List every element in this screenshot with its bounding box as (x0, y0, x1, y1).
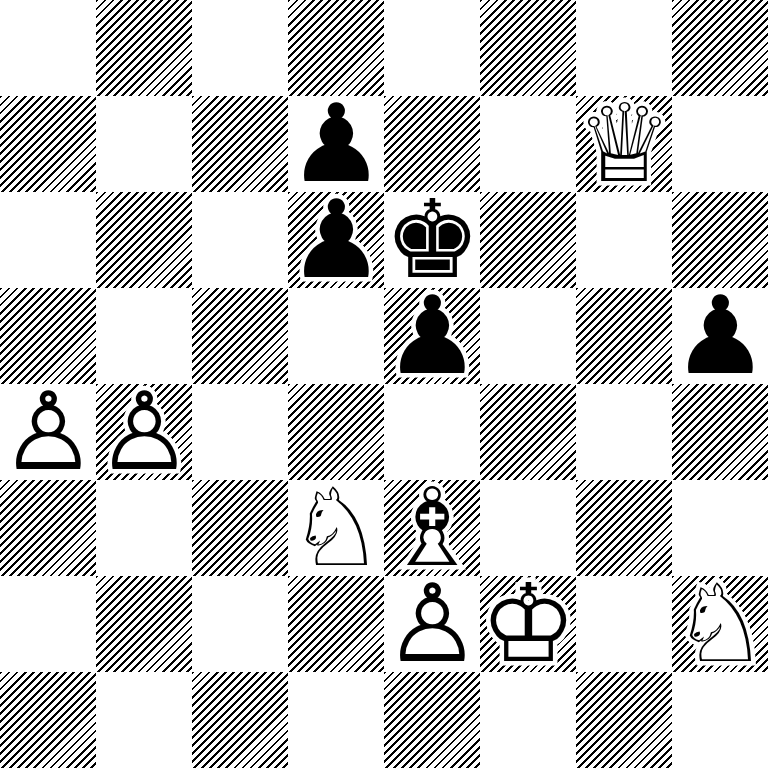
square-h2[interactable]: ♞♘ (672, 576, 768, 672)
square-h3[interactable] (672, 480, 768, 576)
piece-black-king[interactable]: ♚♚ (384, 192, 480, 288)
square-e1[interactable] (384, 672, 480, 768)
white-bishop-halo: ♝ (384, 480, 480, 576)
white-knight-halo: ♞ (672, 576, 768, 672)
square-g6[interactable] (576, 192, 672, 288)
white-pawn-icon: ♙ (96, 384, 192, 480)
square-e4[interactable] (384, 384, 480, 480)
white-pawn-icon: ♙ (384, 576, 480, 672)
square-a5[interactable] (0, 288, 96, 384)
piece-black-pawn[interactable]: ♟♟ (672, 288, 768, 384)
square-f2[interactable]: ♚♔ (480, 576, 576, 672)
square-g3[interactable] (576, 480, 672, 576)
square-f8[interactable] (480, 0, 576, 96)
square-d3[interactable]: ♞♘ (288, 480, 384, 576)
square-e8[interactable] (384, 0, 480, 96)
square-b8[interactable] (96, 0, 192, 96)
square-b1[interactable] (96, 672, 192, 768)
square-d5[interactable] (288, 288, 384, 384)
black-pawn-halo: ♟ (384, 288, 480, 384)
square-f7[interactable] (480, 96, 576, 192)
white-knight-halo: ♞ (288, 480, 384, 576)
square-g7[interactable]: ♛♕ (576, 96, 672, 192)
black-king-halo: ♚ (384, 192, 480, 288)
black-pawn-icon: ♟ (384, 288, 480, 384)
piece-white-pawn[interactable]: ♟♙ (0, 384, 96, 480)
square-b3[interactable] (96, 480, 192, 576)
piece-white-pawn[interactable]: ♟♙ (96, 384, 192, 480)
black-pawn-halo: ♟ (288, 192, 384, 288)
square-b2[interactable] (96, 576, 192, 672)
black-king-icon: ♚ (384, 192, 480, 288)
square-b4[interactable]: ♟♙ (96, 384, 192, 480)
piece-black-pawn[interactable]: ♟♟ (288, 192, 384, 288)
white-knight-icon: ♘ (288, 480, 384, 576)
square-a7[interactable] (0, 96, 96, 192)
black-pawn-halo: ♟ (672, 288, 768, 384)
square-h7[interactable] (672, 96, 768, 192)
square-c2[interactable] (192, 576, 288, 672)
square-g4[interactable] (576, 384, 672, 480)
white-pawn-halo: ♟ (96, 384, 192, 480)
square-c6[interactable] (192, 192, 288, 288)
square-f4[interactable] (480, 384, 576, 480)
square-c3[interactable] (192, 480, 288, 576)
chess-board: ♟♟♛♕♟♟♚♚♟♟♟♟♟♙♟♙♞♘♝♗♟♙♚♔♞♘ (0, 0, 768, 768)
square-g5[interactable] (576, 288, 672, 384)
white-king-halo: ♚ (480, 576, 576, 672)
piece-white-king[interactable]: ♚♔ (480, 576, 576, 672)
white-pawn-icon: ♙ (0, 384, 96, 480)
square-h4[interactable] (672, 384, 768, 480)
white-pawn-halo: ♟ (384, 576, 480, 672)
square-d2[interactable] (288, 576, 384, 672)
square-d7[interactable]: ♟♟ (288, 96, 384, 192)
square-b7[interactable] (96, 96, 192, 192)
square-b5[interactable] (96, 288, 192, 384)
square-c8[interactable] (192, 0, 288, 96)
piece-white-knight[interactable]: ♞♘ (672, 576, 768, 672)
square-f6[interactable] (480, 192, 576, 288)
square-g8[interactable] (576, 0, 672, 96)
black-pawn-icon: ♟ (288, 96, 384, 192)
black-pawn-icon: ♟ (288, 192, 384, 288)
square-a4[interactable]: ♟♙ (0, 384, 96, 480)
square-c4[interactable] (192, 384, 288, 480)
square-b6[interactable] (96, 192, 192, 288)
square-a1[interactable] (0, 672, 96, 768)
square-a3[interactable] (0, 480, 96, 576)
square-h5[interactable]: ♟♟ (672, 288, 768, 384)
piece-black-pawn[interactable]: ♟♟ (288, 96, 384, 192)
white-king-icon: ♔ (480, 576, 576, 672)
square-d6[interactable]: ♟♟ (288, 192, 384, 288)
square-h1[interactable] (672, 672, 768, 768)
piece-white-knight[interactable]: ♞♘ (288, 480, 384, 576)
square-e7[interactable] (384, 96, 480, 192)
square-f1[interactable] (480, 672, 576, 768)
white-queen-halo: ♛ (576, 96, 672, 192)
square-g2[interactable] (576, 576, 672, 672)
white-knight-icon: ♘ (672, 576, 768, 672)
square-g1[interactable] (576, 672, 672, 768)
black-pawn-halo: ♟ (288, 96, 384, 192)
square-h6[interactable] (672, 192, 768, 288)
square-a6[interactable] (0, 192, 96, 288)
white-queen-icon: ♕ (576, 96, 672, 192)
square-d1[interactable] (288, 672, 384, 768)
white-pawn-halo: ♟ (0, 384, 96, 480)
piece-white-queen[interactable]: ♛♕ (576, 96, 672, 192)
square-f5[interactable] (480, 288, 576, 384)
square-e3[interactable]: ♝♗ (384, 480, 480, 576)
square-d4[interactable] (288, 384, 384, 480)
square-d8[interactable] (288, 0, 384, 96)
square-c7[interactable] (192, 96, 288, 192)
square-a8[interactable] (0, 0, 96, 96)
square-e5[interactable]: ♟♟ (384, 288, 480, 384)
square-c1[interactable] (192, 672, 288, 768)
black-pawn-icon: ♟ (672, 288, 768, 384)
piece-white-bishop[interactable]: ♝♗ (384, 480, 480, 576)
square-f3[interactable] (480, 480, 576, 576)
square-c5[interactable] (192, 288, 288, 384)
square-e6[interactable]: ♚♚ (384, 192, 480, 288)
square-a2[interactable] (0, 576, 96, 672)
piece-white-pawn[interactable]: ♟♙ (384, 576, 480, 672)
piece-black-pawn[interactable]: ♟♟ (384, 288, 480, 384)
square-e2[interactable]: ♟♙ (384, 576, 480, 672)
square-h8[interactable] (672, 0, 768, 96)
white-bishop-icon: ♗ (384, 480, 480, 576)
